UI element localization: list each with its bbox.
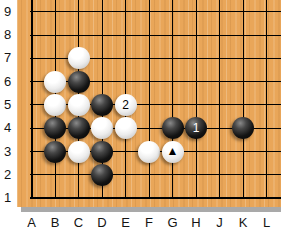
- row-label-8: 8: [0, 28, 15, 42]
- col-label-F: F: [145, 216, 153, 230]
- move-number-label: 2: [122, 99, 129, 111]
- col-label-A: A: [27, 216, 36, 230]
- white-stone-F3[interactable]: [138, 141, 160, 163]
- row-label-5: 5: [0, 98, 15, 112]
- white-stone-D4[interactable]: [91, 117, 113, 139]
- row-label-1: 1: [0, 191, 15, 205]
- col-label-B: B: [51, 216, 60, 230]
- black-stone-C4[interactable]: [68, 117, 90, 139]
- row-label-3: 3: [0, 145, 15, 159]
- white-stone-C3[interactable]: [68, 141, 90, 163]
- col-label-H: H: [191, 216, 200, 230]
- grid-vline-K: [243, 0, 244, 199]
- go-diagram: ABCDEFGHJKL98765432112▲: [0, 0, 281, 236]
- row-label-2: 2: [0, 168, 15, 182]
- white-stone-C5[interactable]: [68, 94, 90, 116]
- white-stone-C7[interactable]: [68, 47, 90, 69]
- black-stone-D2[interactable]: [91, 164, 113, 186]
- black-stone-C6[interactable]: [68, 71, 90, 93]
- black-stone-B4[interactable]: [44, 117, 66, 139]
- col-label-G: G: [167, 216, 177, 230]
- col-label-C: C: [74, 216, 83, 230]
- white-stone-B5[interactable]: [44, 94, 66, 116]
- move-number-label: 1: [193, 122, 200, 134]
- row-label-6: 6: [0, 75, 15, 89]
- white-stone-G3[interactable]: ▲: [162, 141, 184, 163]
- grid-vline-F: [149, 0, 150, 199]
- grid-vline-L: [266, 0, 267, 199]
- col-label-E: E: [121, 216, 130, 230]
- grid-vline-J: [219, 0, 220, 199]
- black-stone-G4[interactable]: [162, 117, 184, 139]
- row-label-4: 4: [0, 121, 15, 135]
- col-label-L: L: [263, 216, 270, 230]
- white-stone-E5[interactable]: 2: [115, 94, 137, 116]
- black-stone-K4[interactable]: [232, 117, 254, 139]
- grid-vline-A: [31, 0, 33, 199]
- col-label-K: K: [239, 216, 248, 230]
- grid-vline-G: [172, 0, 173, 199]
- triangle-marker-icon: ▲: [167, 145, 179, 157]
- white-stone-B6[interactable]: [44, 71, 66, 93]
- board-shadow: [21, 207, 281, 212]
- col-label-D: D: [97, 216, 106, 230]
- grid-hline-2: [30, 174, 281, 175]
- grid-vline-H: [196, 0, 197, 199]
- row-label-7: 7: [0, 51, 15, 65]
- black-stone-H4[interactable]: 1: [185, 117, 207, 139]
- col-label-J: J: [216, 216, 223, 230]
- grid-hline-9: [30, 11, 281, 12]
- grid-hline-8: [30, 35, 281, 36]
- black-stone-B3[interactable]: [44, 141, 66, 163]
- white-stone-E4[interactable]: [115, 117, 137, 139]
- black-stone-D3[interactable]: [91, 141, 113, 163]
- row-label-9: 9: [0, 5, 15, 19]
- black-stone-D5[interactable]: [91, 94, 113, 116]
- grid-hline-1: [30, 197, 281, 199]
